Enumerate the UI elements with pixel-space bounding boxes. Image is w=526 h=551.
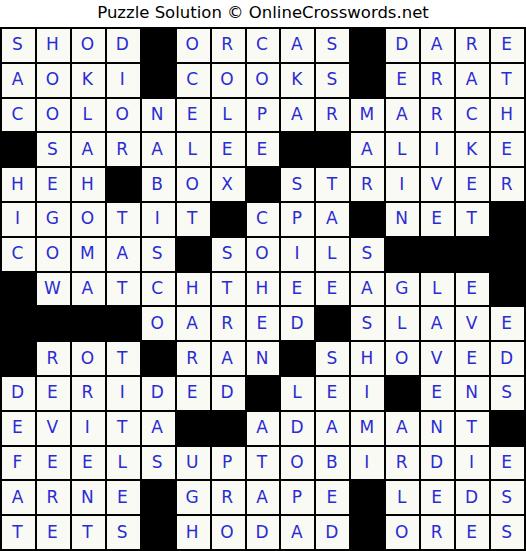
grid-cell: R <box>72 377 105 410</box>
grid-cell: L <box>212 99 245 132</box>
cell-letter: O <box>46 104 59 124</box>
cell-letter: E <box>501 313 512 333</box>
cell-letter: A <box>466 69 478 89</box>
grid-cell: N <box>421 412 454 445</box>
cell-letter: E <box>466 522 477 542</box>
crossword-grid: SHODORCASDAREAOKICOOKSERATCOLONELPARMARC… <box>0 27 526 551</box>
grid-cell: R <box>177 342 210 375</box>
black-cell <box>142 64 175 97</box>
grid-cell: E <box>281 273 314 306</box>
grid-cell: O <box>247 238 280 271</box>
black-cell <box>37 307 70 340</box>
cell-letter: V <box>431 348 443 368</box>
grid-cell: E <box>37 447 70 480</box>
cell-letter: D <box>325 522 338 542</box>
grid-cell: A <box>316 203 349 236</box>
grid-cell: L <box>107 447 140 480</box>
grid-cell: P <box>212 447 245 480</box>
grid-cell: M <box>351 412 384 445</box>
grid-cell: C <box>456 99 489 132</box>
cell-letter: E <box>222 139 233 159</box>
grid-cell: A <box>212 342 245 375</box>
grid-cell: R <box>491 168 524 201</box>
grid-cell: T <box>247 447 280 480</box>
grid-cell: A <box>142 412 175 445</box>
cell-letter: O <box>395 522 408 542</box>
grid-cell: S <box>316 64 349 97</box>
grid-cell: P <box>247 99 280 132</box>
grid-cell: C <box>142 273 175 306</box>
cell-letter: C <box>256 34 268 54</box>
cell-letter: A <box>12 69 24 89</box>
cell-letter: I <box>120 382 125 402</box>
grid-cell: E <box>491 133 524 166</box>
grid-cell: L <box>177 133 210 166</box>
cell-letter: R <box>396 452 408 472</box>
grid-cell: W <box>37 273 70 306</box>
cell-letter: H <box>360 348 373 368</box>
grid-cell: I <box>351 447 384 480</box>
cell-letter: M <box>359 104 374 124</box>
grid-cell: O <box>386 516 419 549</box>
grid-cell: D <box>456 481 489 514</box>
cell-letter: V <box>431 174 443 194</box>
cell-letter: O <box>150 313 163 333</box>
grid-cell: I <box>386 168 419 201</box>
cell-letter: C <box>12 104 24 124</box>
cell-letter: E <box>47 382 58 402</box>
cell-letter: A <box>361 278 373 298</box>
cell-letter: O <box>116 104 129 124</box>
grid-cell: R <box>421 99 454 132</box>
grid-cell: I <box>351 377 384 410</box>
cell-letter: E <box>326 382 337 402</box>
cell-letter: I <box>399 174 404 194</box>
grid-cell: R <box>421 516 454 549</box>
cell-letter: E <box>501 139 512 159</box>
grid-cell: T <box>177 203 210 236</box>
cell-letter: S <box>326 69 337 89</box>
cell-letter: O <box>81 348 94 368</box>
grid-cell: O <box>37 99 70 132</box>
cell-letter: T <box>117 208 127 228</box>
cell-letter: S <box>152 452 163 472</box>
cell-letter: G <box>46 208 59 228</box>
cell-letter: A <box>82 278 94 298</box>
grid-cell: L <box>281 377 314 410</box>
grid-cell: K <box>72 64 105 97</box>
grid-cell: O <box>142 307 175 340</box>
grid-cell: I <box>107 64 140 97</box>
cell-letter: E <box>501 452 512 472</box>
cell-letter: E <box>187 382 198 402</box>
grid-cell: R <box>316 99 349 132</box>
cell-letter: K <box>291 69 302 89</box>
grid-cell: S <box>142 447 175 480</box>
cell-letter: I <box>469 452 474 472</box>
cell-letter: A <box>431 313 443 333</box>
grid-cell: E <box>421 203 454 236</box>
grid-cell: D <box>107 29 140 62</box>
cell-letter: A <box>291 34 303 54</box>
grid-cell: D <box>281 412 314 445</box>
black-cell <box>142 516 175 549</box>
cell-letter: O <box>290 452 303 472</box>
black-cell <box>142 342 175 375</box>
grid-cell: S <box>142 238 175 271</box>
black-cell <box>491 412 524 445</box>
grid-cell: I <box>72 412 105 445</box>
grid-cell: I <box>2 203 35 236</box>
grid-cell: B <box>316 447 349 480</box>
cell-letter: R <box>501 174 513 194</box>
grid-cell: O <box>72 342 105 375</box>
cell-letter: A <box>256 417 268 437</box>
grid-cell: D <box>316 516 349 549</box>
grid-cell: S <box>2 29 35 62</box>
black-cell <box>351 516 384 549</box>
grid-cell: H <box>491 99 524 132</box>
cell-letter: H <box>46 34 59 54</box>
cell-letter: T <box>117 348 127 368</box>
cell-letter: C <box>12 243 24 263</box>
cell-letter: T <box>187 208 197 228</box>
cell-letter: P <box>292 487 302 507</box>
grid-cell: A <box>351 133 384 166</box>
cell-letter: T <box>257 452 267 472</box>
grid-cell: E <box>316 273 349 306</box>
cell-letter: E <box>431 487 442 507</box>
grid-cell: O <box>37 64 70 97</box>
grid-cell: D <box>386 29 419 62</box>
cell-letter: E <box>501 34 512 54</box>
black-cell <box>212 203 245 236</box>
cell-letter: I <box>434 139 439 159</box>
black-cell <box>2 133 35 166</box>
grid-cell: S <box>491 516 524 549</box>
black-cell <box>351 64 384 97</box>
cell-letter: H <box>186 278 199 298</box>
cell-letter: K <box>82 69 93 89</box>
grid-cell: C <box>2 238 35 271</box>
cell-letter: R <box>326 104 338 124</box>
cell-letter: A <box>291 522 303 542</box>
cell-letter: E <box>292 278 303 298</box>
black-cell <box>247 168 280 201</box>
cell-letter: R <box>46 487 58 507</box>
grid-cell: E <box>107 481 140 514</box>
grid-cell: E <box>177 99 210 132</box>
black-cell <box>491 273 524 306</box>
grid-cell: D <box>142 377 175 410</box>
grid-cell: L <box>316 238 349 271</box>
cell-letter: L <box>327 243 336 263</box>
cell-letter: P <box>222 452 232 472</box>
cell-letter: A <box>256 487 268 507</box>
cell-letter: O <box>220 69 233 89</box>
grid-cell: K <box>456 133 489 166</box>
cell-letter: N <box>81 487 94 507</box>
cell-letter: H <box>186 522 199 542</box>
cell-letter: O <box>255 69 268 89</box>
cell-letter: O <box>395 348 408 368</box>
grid-cell: S <box>316 29 349 62</box>
cell-letter: S <box>152 243 163 263</box>
grid-cell: O <box>177 168 210 201</box>
cell-letter: R <box>221 34 233 54</box>
grid-cell: R <box>456 29 489 62</box>
grid-cell: T <box>107 412 140 445</box>
cell-letter: T <box>466 208 476 228</box>
grid-cell: D <box>2 377 35 410</box>
cell-letter: O <box>46 243 59 263</box>
cell-letter: I <box>364 452 369 472</box>
cell-letter: M <box>359 417 374 437</box>
cell-letter: N <box>430 417 443 437</box>
cell-letter: S <box>12 34 23 54</box>
cell-letter: A <box>186 313 198 333</box>
cell-letter: E <box>431 382 442 402</box>
cell-letter: F <box>13 452 23 472</box>
cell-letter: S <box>326 348 337 368</box>
cell-letter: L <box>292 382 301 402</box>
black-cell <box>72 307 105 340</box>
black-cell <box>107 307 140 340</box>
cell-letter: O <box>220 522 233 542</box>
grid-cell: E <box>247 133 280 166</box>
grid-cell: S <box>351 307 384 340</box>
grid-cell: A <box>247 412 280 445</box>
grid-cell: H <box>2 168 35 201</box>
cell-letter: L <box>432 278 441 298</box>
grid-cell: L <box>386 481 419 514</box>
cell-letter: E <box>326 278 337 298</box>
cell-letter: D <box>465 487 478 507</box>
black-cell <box>491 238 524 271</box>
grid-cell: S <box>37 133 70 166</box>
grid-cell: P <box>281 481 314 514</box>
cell-letter: R <box>431 104 443 124</box>
cell-letter: R <box>116 139 128 159</box>
grid-cell: H <box>351 342 384 375</box>
cell-letter: E <box>326 487 337 507</box>
grid-cell: D <box>212 377 245 410</box>
cell-letter: S <box>326 34 337 54</box>
black-cell <box>456 238 489 271</box>
black-cell <box>351 203 384 236</box>
grid-cell: E <box>491 29 524 62</box>
grid-cell: T <box>456 412 489 445</box>
grid-cell: E <box>421 377 454 410</box>
grid-cell: T <box>107 273 140 306</box>
cell-letter: E <box>47 522 58 542</box>
grid-cell: C <box>177 64 210 97</box>
black-cell <box>107 168 140 201</box>
grid-cell: E <box>456 516 489 549</box>
cell-letter: S <box>117 522 128 542</box>
grid-cell: O <box>72 203 105 236</box>
grid-cell: E <box>247 307 280 340</box>
black-cell <box>142 29 175 62</box>
cell-letter: D <box>151 382 164 402</box>
grid-cell: A <box>247 481 280 514</box>
grid-cell: N <box>247 342 280 375</box>
grid-cell: R <box>421 64 454 97</box>
cell-letter: H <box>256 278 269 298</box>
grid-cell: O <box>386 342 419 375</box>
grid-cell: D <box>491 342 524 375</box>
black-cell <box>247 377 280 410</box>
cell-letter: R <box>221 313 233 333</box>
grid-cell: V <box>421 168 454 201</box>
grid-cell: H <box>247 273 280 306</box>
grid-cell: O <box>72 29 105 62</box>
grid-cell: A <box>421 307 454 340</box>
grid-cell: A <box>281 29 314 62</box>
black-cell <box>386 377 419 410</box>
cell-letter: I <box>15 208 20 228</box>
grid-cell: E <box>2 412 35 445</box>
grid-cell: E <box>316 377 349 410</box>
cell-letter: T <box>117 417 127 437</box>
grid-cell: T <box>107 203 140 236</box>
cell-letter: R <box>186 348 198 368</box>
grid-cell: S <box>491 377 524 410</box>
grid-cell: A <box>421 29 454 62</box>
page-title: Puzzle Solution © OnlineCrosswords.net <box>0 0 526 27</box>
grid-cell: E <box>37 377 70 410</box>
cell-letter: E <box>257 313 268 333</box>
grid-cell: G <box>386 273 419 306</box>
grid-cell: O <box>37 238 70 271</box>
grid-cell: L <box>72 99 105 132</box>
grid-cell: X <box>212 168 245 201</box>
grid-cell: E <box>72 447 105 480</box>
cell-letter: L <box>222 104 231 124</box>
grid-cell: N <box>386 203 419 236</box>
grid-cell: T <box>456 203 489 236</box>
cell-letter: E <box>396 69 407 89</box>
cell-letter: E <box>466 174 477 194</box>
cell-letter: C <box>256 208 268 228</box>
cell-letter: E <box>187 104 198 124</box>
cell-letter: L <box>187 139 196 159</box>
grid-cell: G <box>177 481 210 514</box>
cell-letter: D <box>116 34 129 54</box>
black-cell <box>2 342 35 375</box>
black-cell <box>177 238 210 271</box>
grid-cell: V <box>456 307 489 340</box>
grid-cell: A <box>177 307 210 340</box>
cell-letter: N <box>465 382 478 402</box>
grid-cell: M <box>351 99 384 132</box>
black-cell <box>142 481 175 514</box>
grid-cell: E <box>316 481 349 514</box>
cell-letter: D <box>430 452 443 472</box>
grid-cell: A <box>281 516 314 549</box>
grid-cell: E <box>177 377 210 410</box>
grid-cell: R <box>212 29 245 62</box>
grid-cell: O <box>247 64 280 97</box>
cell-letter: D <box>500 348 513 368</box>
cell-letter: T <box>501 69 511 89</box>
grid-cell: N <box>72 481 105 514</box>
grid-cell: E <box>456 342 489 375</box>
grid-cell: A <box>2 64 35 97</box>
grid-cell: A <box>351 273 384 306</box>
cell-letter: H <box>11 174 24 194</box>
grid-cell: I <box>456 447 489 480</box>
grid-cell: U <box>177 447 210 480</box>
grid-cell: A <box>2 481 35 514</box>
grid-cell: H <box>72 168 105 201</box>
black-cell <box>177 412 210 445</box>
cell-letter: M <box>80 243 95 263</box>
cell-letter: L <box>397 487 406 507</box>
grid-cell: O <box>212 516 245 549</box>
cell-letter: P <box>292 208 302 228</box>
cell-letter: G <box>395 278 408 298</box>
grid-cell: L <box>386 307 419 340</box>
black-cell <box>2 307 35 340</box>
cell-letter: L <box>83 104 92 124</box>
grid-cell: C <box>2 99 35 132</box>
grid-cell: A <box>142 133 175 166</box>
cell-letter: G <box>186 487 199 507</box>
cell-letter: R <box>466 34 478 54</box>
grid-cell: O <box>281 447 314 480</box>
cell-letter: V <box>47 417 59 437</box>
cell-letter: A <box>151 417 163 437</box>
cell-letter: T <box>117 278 127 298</box>
cell-letter: I <box>364 382 369 402</box>
grid-cell: E <box>456 273 489 306</box>
grid-cell: E <box>386 64 419 97</box>
black-cell <box>281 133 314 166</box>
black-cell <box>316 307 349 340</box>
cell-letter: S <box>501 522 512 542</box>
grid-cell: D <box>421 447 454 480</box>
cell-letter: C <box>466 104 478 124</box>
grid-cell: D <box>281 307 314 340</box>
cell-letter: H <box>81 174 94 194</box>
grid-cell: E <box>37 168 70 201</box>
cell-letter: L <box>397 313 406 333</box>
grid-cell: L <box>386 133 419 166</box>
cell-letter: S <box>47 139 58 159</box>
grid-cell: G <box>37 203 70 236</box>
grid-cell: O <box>107 99 140 132</box>
cell-letter: S <box>501 382 512 402</box>
cell-letter: R <box>81 382 93 402</box>
grid-cell: R <box>351 168 384 201</box>
cell-letter: T <box>82 522 92 542</box>
grid-cell: E <box>491 307 524 340</box>
cell-letter: D <box>255 522 268 542</box>
cell-letter: R <box>431 522 443 542</box>
cell-letter: C <box>151 278 163 298</box>
grid-cell: T <box>316 168 349 201</box>
cell-letter: O <box>185 174 198 194</box>
grid-cell: I <box>281 238 314 271</box>
grid-cell: A <box>456 64 489 97</box>
cell-letter: B <box>326 452 338 472</box>
black-cell <box>212 412 245 445</box>
cell-letter: W <box>44 278 61 298</box>
cell-letter: A <box>326 417 338 437</box>
cell-letter: T <box>222 278 232 298</box>
grid-cell: T <box>212 273 245 306</box>
